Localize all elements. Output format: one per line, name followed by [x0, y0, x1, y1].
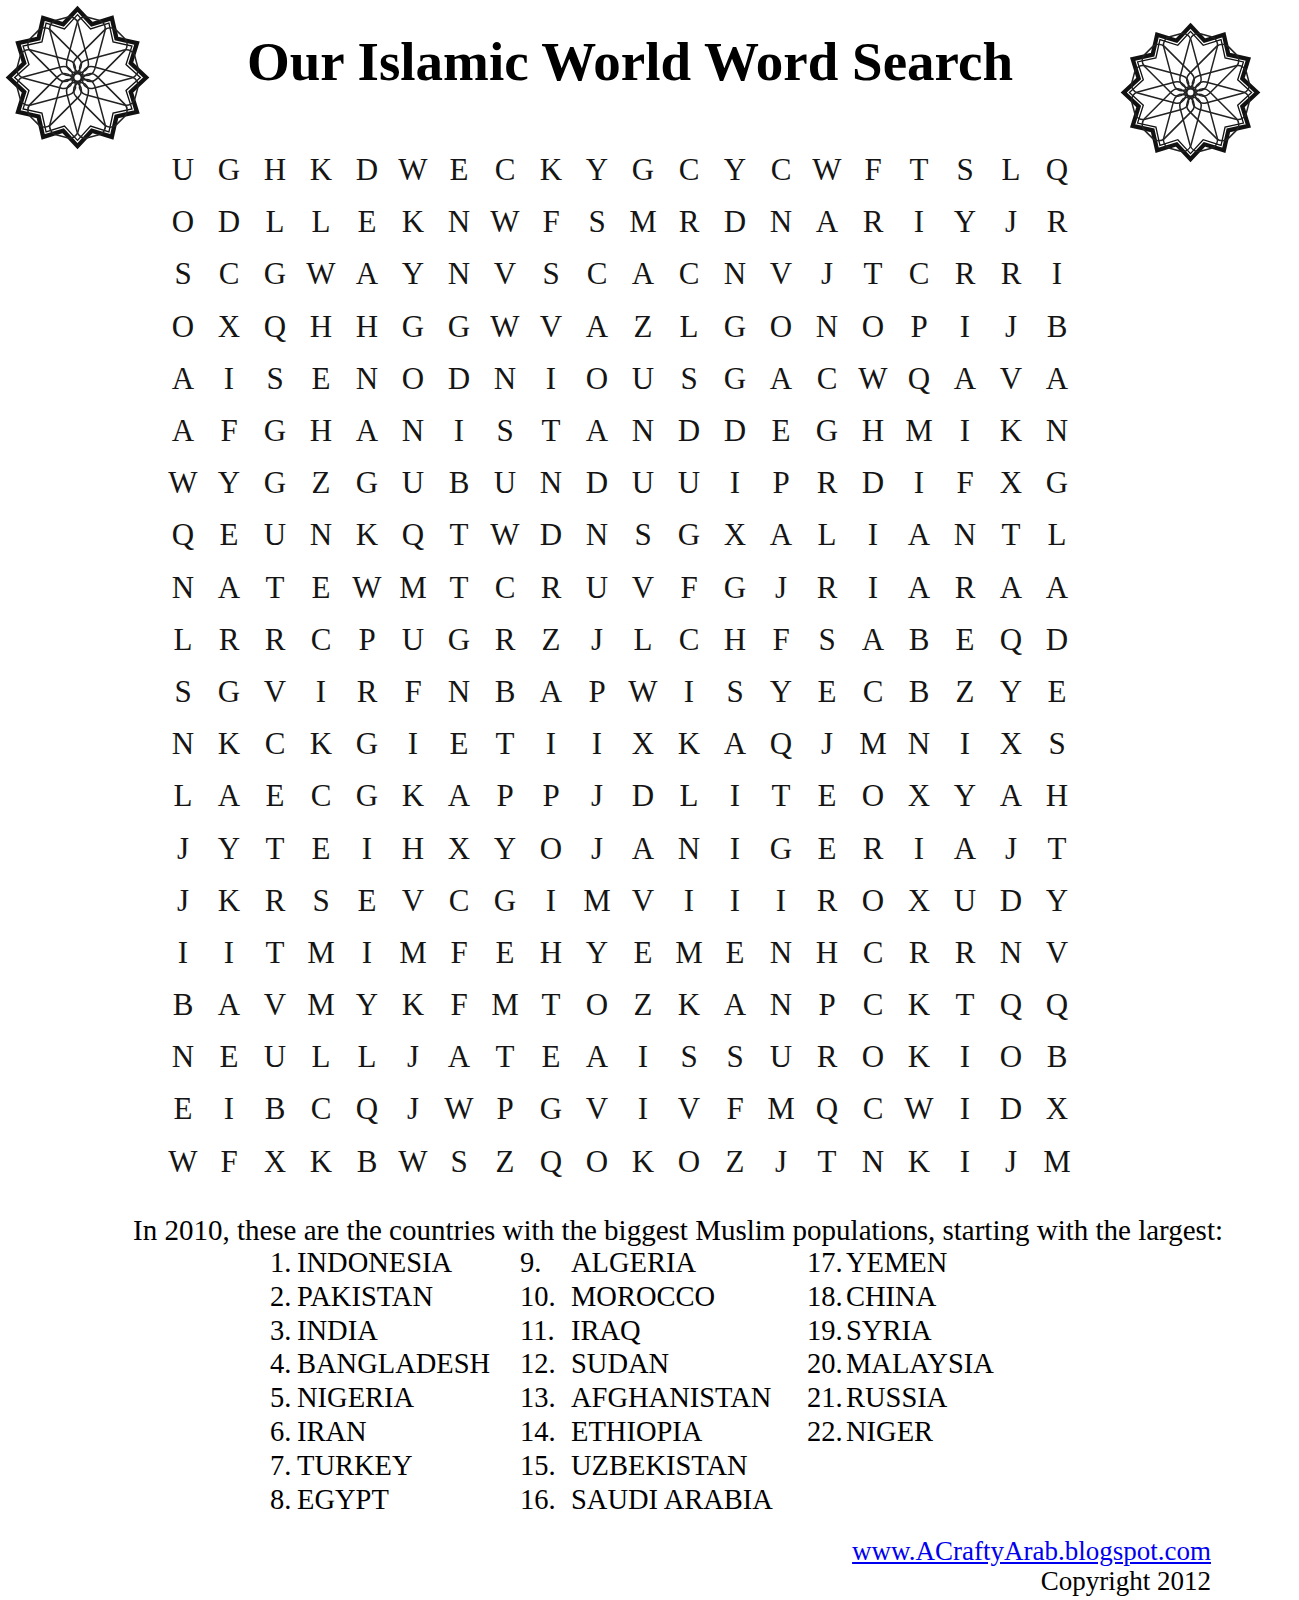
- word-number: 16.: [520, 1483, 563, 1517]
- grid-cell: O: [390, 353, 436, 405]
- grid-cell: U: [620, 457, 666, 509]
- grid-cell: L: [298, 1031, 344, 1083]
- grid-cell: K: [206, 718, 252, 770]
- grid-cell: T: [252, 927, 298, 979]
- grid-cell: A: [850, 614, 896, 666]
- grid-cell: M: [666, 927, 712, 979]
- grid-cell: T: [942, 979, 988, 1031]
- grid-cell: G: [482, 875, 528, 927]
- grid-cell: F: [436, 979, 482, 1031]
- grid-cell: V: [666, 1083, 712, 1135]
- grid-cell: Q: [390, 509, 436, 561]
- word-number: 1.: [270, 1246, 297, 1280]
- grid-cell: S: [528, 248, 574, 300]
- grid-cell: T: [528, 405, 574, 457]
- grid-cell: T: [1034, 822, 1080, 874]
- grid-cell: G: [344, 718, 390, 770]
- grid-cell: L: [988, 144, 1034, 196]
- grid-cell: X: [896, 875, 942, 927]
- grid-cell: I: [574, 718, 620, 770]
- grid-cell: G: [712, 353, 758, 405]
- grid-cell: S: [574, 196, 620, 248]
- grid-cell: T: [850, 248, 896, 300]
- word-number: 9.: [520, 1246, 563, 1280]
- grid-cell: E: [758, 405, 804, 457]
- grid-cell: N: [390, 405, 436, 457]
- grid-cell: E: [252, 770, 298, 822]
- grid-cell: A: [436, 770, 482, 822]
- word-number: 6.: [270, 1415, 297, 1449]
- word-number: 10.: [520, 1280, 563, 1314]
- grid-cell: K: [206, 875, 252, 927]
- grid-cell: F: [712, 1083, 758, 1135]
- grid-cell: I: [1034, 248, 1080, 300]
- word-search-grid: UGHKDWECKYGCYCWFTSLQODLLEKNWFSMRDNARIYJR…: [160, 144, 1080, 1188]
- grid-cell: D: [666, 405, 712, 457]
- grid-cell: H: [298, 405, 344, 457]
- grid-cell: D: [850, 457, 896, 509]
- grid-cell: Y: [942, 770, 988, 822]
- word-label: NIGER: [846, 1416, 933, 1447]
- grid-cell: I: [344, 822, 390, 874]
- grid-cell: N: [804, 301, 850, 353]
- word-label: CHINA: [846, 1281, 936, 1312]
- grid-cell: T: [436, 562, 482, 614]
- grid-cell: U: [160, 144, 206, 196]
- grid-cell: G: [436, 614, 482, 666]
- grid-cell: G: [804, 405, 850, 457]
- word-list-item: 14.ETHIOPIA: [520, 1415, 773, 1449]
- grid-cell: A: [160, 353, 206, 405]
- word-list-item: 3.INDIA: [270, 1314, 490, 1348]
- grid-cell: K: [390, 770, 436, 822]
- grid-cell: C: [666, 248, 712, 300]
- grid-cell: B: [896, 614, 942, 666]
- word-list-item: 13.AFGHANISTAN: [520, 1381, 773, 1415]
- grid-cell: B: [482, 666, 528, 718]
- grid-cell: I: [298, 666, 344, 718]
- grid-cell: X: [206, 301, 252, 353]
- grid-cell: H: [850, 405, 896, 457]
- grid-cell: S: [252, 353, 298, 405]
- grid-cell: P: [574, 666, 620, 718]
- grid-cell: C: [666, 614, 712, 666]
- grid-cell: T: [758, 770, 804, 822]
- grid-cell: A: [344, 248, 390, 300]
- grid-cell: C: [298, 770, 344, 822]
- grid-cell: C: [666, 144, 712, 196]
- grid-cell: L: [344, 1031, 390, 1083]
- grid-cell: A: [206, 562, 252, 614]
- word-number: 3.: [270, 1314, 297, 1348]
- grid-cell: T: [436, 509, 482, 561]
- grid-cell: H: [528, 927, 574, 979]
- word-number: 14.: [520, 1415, 563, 1449]
- grid-cell: S: [160, 666, 206, 718]
- grid-cell: C: [804, 353, 850, 405]
- copyright-text: Copyright 2012: [852, 1566, 1211, 1596]
- grid-cell: A: [160, 405, 206, 457]
- grid-cell: G: [758, 822, 804, 874]
- grid-cell: G: [252, 457, 298, 509]
- grid-cell: A: [206, 770, 252, 822]
- grid-cell: Q: [1034, 144, 1080, 196]
- grid-cell: N: [160, 562, 206, 614]
- grid-cell: W: [344, 562, 390, 614]
- word-number: 20.: [807, 1347, 841, 1381]
- grid-cell: I: [942, 301, 988, 353]
- grid-cell: H: [298, 301, 344, 353]
- grid-cell: T: [896, 144, 942, 196]
- grid-cell: S: [666, 353, 712, 405]
- word-list-item: 16.SAUDI ARABIA: [520, 1483, 773, 1517]
- grid-cell: K: [620, 1136, 666, 1188]
- grid-cell: Y: [712, 144, 758, 196]
- grid-cell: K: [298, 1136, 344, 1188]
- grid-cell: M: [390, 927, 436, 979]
- grid-cell: K: [988, 405, 1034, 457]
- grid-cell: K: [896, 979, 942, 1031]
- word-list-item: 17.YEMEN: [807, 1246, 994, 1280]
- grid-cell: X: [252, 1136, 298, 1188]
- grid-cell: E: [344, 196, 390, 248]
- grid-cell: R: [206, 614, 252, 666]
- word-list-item: 10.MOROCCO: [520, 1280, 773, 1314]
- grid-cell: O: [850, 301, 896, 353]
- word-list-column-3: 17.YEMEN18.CHINA19.SYRIA20.MALAYSIA21.RU…: [807, 1246, 994, 1449]
- grid-cell: G: [390, 301, 436, 353]
- grid-cell: N: [758, 927, 804, 979]
- grid-cell: O: [850, 770, 896, 822]
- grid-cell: W: [482, 301, 528, 353]
- grid-cell: N: [528, 457, 574, 509]
- word-label: AFGHANISTAN: [571, 1382, 771, 1413]
- grid-cell: Z: [712, 1136, 758, 1188]
- grid-cell: O: [666, 1136, 712, 1188]
- grid-cell: K: [390, 196, 436, 248]
- grid-cell: D: [344, 144, 390, 196]
- grid-cell: U: [620, 353, 666, 405]
- grid-cell: U: [390, 457, 436, 509]
- grid-cell: C: [298, 614, 344, 666]
- grid-cell: U: [482, 457, 528, 509]
- grid-cell: O: [160, 301, 206, 353]
- grid-cell: A: [712, 979, 758, 1031]
- grid-cell: H: [344, 301, 390, 353]
- grid-cell: F: [528, 196, 574, 248]
- grid-cell: W: [298, 248, 344, 300]
- grid-cell: A: [620, 248, 666, 300]
- grid-cell: G: [528, 1083, 574, 1135]
- grid-cell: E: [482, 927, 528, 979]
- word-list-item: 11.IRAQ: [520, 1314, 773, 1348]
- grid-cell: A: [1034, 353, 1080, 405]
- grid-cell: Y: [574, 927, 620, 979]
- grid-cell: Z: [942, 666, 988, 718]
- grid-cell: S: [666, 1031, 712, 1083]
- grid-cell: I: [666, 875, 712, 927]
- grid-cell: E: [344, 875, 390, 927]
- grid-cell: I: [942, 1031, 988, 1083]
- word-label: MALAYSIA: [846, 1348, 994, 1379]
- grid-cell: D: [574, 457, 620, 509]
- grid-cell: I: [436, 405, 482, 457]
- word-label: SUDAN: [571, 1348, 669, 1379]
- grid-cell: N: [160, 718, 206, 770]
- grid-cell: I: [160, 927, 206, 979]
- grid-cell: Q: [988, 979, 1034, 1031]
- website-link[interactable]: www.ACraftyArab.blogspot.com: [852, 1536, 1211, 1566]
- grid-cell: M: [620, 196, 666, 248]
- grid-cell: R: [896, 927, 942, 979]
- grid-cell: G: [252, 405, 298, 457]
- grid-cell: T: [988, 509, 1034, 561]
- word-number: 8.: [270, 1483, 297, 1517]
- grid-cell: C: [252, 718, 298, 770]
- grid-cell: C: [850, 666, 896, 718]
- grid-cell: O: [574, 353, 620, 405]
- word-label: EGYPT: [297, 1484, 389, 1515]
- grid-cell: C: [206, 248, 252, 300]
- grid-cell: K: [298, 718, 344, 770]
- grid-cell: J: [390, 1083, 436, 1135]
- grid-cell: K: [666, 979, 712, 1031]
- word-number: 19.: [807, 1314, 841, 1348]
- grid-cell: I: [942, 1083, 988, 1135]
- grid-cell: Y: [206, 457, 252, 509]
- grid-cell: W: [804, 144, 850, 196]
- grid-cell: X: [712, 509, 758, 561]
- grid-cell: G: [344, 770, 390, 822]
- grid-cell: I: [206, 1083, 252, 1135]
- grid-cell: X: [896, 770, 942, 822]
- grid-cell: J: [804, 248, 850, 300]
- grid-cell: N: [896, 718, 942, 770]
- grid-cell: D: [712, 405, 758, 457]
- grid-cell: N: [758, 979, 804, 1031]
- grid-cell: K: [344, 509, 390, 561]
- grid-cell: V: [528, 301, 574, 353]
- grid-cell: S: [804, 614, 850, 666]
- grid-cell: B: [1034, 301, 1080, 353]
- grid-cell: U: [666, 457, 712, 509]
- grid-cell: A: [896, 509, 942, 561]
- word-number: 22.: [807, 1415, 841, 1449]
- grid-cell: E: [804, 770, 850, 822]
- grid-cell: B: [1034, 1031, 1080, 1083]
- grid-cell: R: [942, 927, 988, 979]
- word-list-item: 20.MALAYSIA: [807, 1347, 994, 1381]
- word-number: 4.: [270, 1347, 297, 1381]
- word-label: TURKEY: [297, 1450, 413, 1481]
- word-label: RUSSIA: [846, 1382, 947, 1413]
- grid-cell: I: [850, 562, 896, 614]
- grid-cell: N: [574, 509, 620, 561]
- grid-cell: J: [160, 875, 206, 927]
- grid-cell: G: [206, 144, 252, 196]
- grid-cell: N: [988, 927, 1034, 979]
- grid-cell: V: [758, 248, 804, 300]
- grid-cell: A: [804, 196, 850, 248]
- grid-cell: J: [988, 196, 1034, 248]
- grid-cell: W: [620, 666, 666, 718]
- grid-cell: Y: [390, 248, 436, 300]
- grid-cell: L: [160, 770, 206, 822]
- word-label: IRAQ: [571, 1315, 641, 1346]
- word-label: ETHIOPIA: [571, 1416, 702, 1447]
- grid-cell: A: [574, 1031, 620, 1083]
- grid-cell: R: [804, 562, 850, 614]
- grid-cell: W: [896, 1083, 942, 1135]
- grid-cell: O: [574, 1136, 620, 1188]
- grid-cell: H: [390, 822, 436, 874]
- grid-cell: O: [850, 875, 896, 927]
- grid-cell: O: [988, 1031, 1034, 1083]
- grid-cell: A: [942, 822, 988, 874]
- grid-cell: E: [436, 144, 482, 196]
- grid-cell: K: [528, 144, 574, 196]
- grid-cell: U: [390, 614, 436, 666]
- grid-cell: L: [298, 196, 344, 248]
- grid-cell: E: [298, 562, 344, 614]
- grid-cell: U: [574, 562, 620, 614]
- grid-cell: H: [804, 927, 850, 979]
- word-list-item: 22.NIGER: [807, 1415, 994, 1449]
- grid-cell: P: [482, 770, 528, 822]
- grid-cell: J: [574, 822, 620, 874]
- grid-cell: O: [758, 301, 804, 353]
- grid-cell: P: [528, 770, 574, 822]
- grid-cell: R: [482, 614, 528, 666]
- grid-cell: G: [252, 248, 298, 300]
- grid-cell: F: [850, 144, 896, 196]
- grid-cell: V: [620, 875, 666, 927]
- grid-cell: E: [298, 822, 344, 874]
- grid-cell: N: [436, 196, 482, 248]
- grid-cell: I: [620, 1031, 666, 1083]
- grid-cell: I: [528, 875, 574, 927]
- grid-cell: E: [804, 666, 850, 718]
- word-number: 18.: [807, 1280, 841, 1314]
- grid-cell: V: [1034, 927, 1080, 979]
- grid-cell: N: [344, 353, 390, 405]
- grid-cell: D: [206, 196, 252, 248]
- grid-cell: M: [850, 718, 896, 770]
- word-number: 17.: [807, 1246, 841, 1280]
- grid-cell: R: [850, 822, 896, 874]
- grid-cell: D: [988, 1083, 1034, 1135]
- grid-cell: C: [896, 248, 942, 300]
- grid-cell: E: [298, 353, 344, 405]
- grid-cell: J: [390, 1031, 436, 1083]
- grid-cell: Y: [942, 196, 988, 248]
- grid-cell: F: [942, 457, 988, 509]
- grid-cell: Y: [206, 822, 252, 874]
- grid-cell: I: [942, 405, 988, 457]
- grid-cell: L: [666, 301, 712, 353]
- grid-cell: J: [574, 770, 620, 822]
- grid-cell: H: [1034, 770, 1080, 822]
- grid-cell: J: [160, 822, 206, 874]
- grid-cell: N: [482, 353, 528, 405]
- grid-cell: K: [666, 718, 712, 770]
- grid-cell: A: [574, 405, 620, 457]
- grid-cell: N: [942, 509, 988, 561]
- page-title: Our Islamic World Word Search: [0, 30, 1260, 93]
- grid-cell: I: [896, 196, 942, 248]
- grid-cell: T: [252, 822, 298, 874]
- grid-cell: O: [528, 822, 574, 874]
- grid-cell: C: [482, 562, 528, 614]
- grid-cell: T: [528, 979, 574, 1031]
- word-label: YEMEN: [846, 1247, 947, 1278]
- grid-cell: T: [482, 718, 528, 770]
- word-label: INDONESIA: [297, 1247, 452, 1278]
- grid-cell: I: [666, 666, 712, 718]
- grid-cell: V: [620, 562, 666, 614]
- grid-cell: P: [804, 979, 850, 1031]
- grid-cell: A: [896, 562, 942, 614]
- grid-cell: O: [160, 196, 206, 248]
- grid-cell: I: [528, 353, 574, 405]
- grid-cell: M: [758, 1083, 804, 1135]
- word-number: 21.: [807, 1381, 841, 1415]
- grid-cell: Y: [344, 979, 390, 1031]
- footer: www.ACraftyArab.blogspot.com Copyright 2…: [852, 1536, 1211, 1596]
- grid-cell: U: [252, 509, 298, 561]
- grid-cell: E: [206, 1031, 252, 1083]
- grid-cell: L: [804, 509, 850, 561]
- grid-cell: F: [206, 405, 252, 457]
- grid-cell: Q: [344, 1083, 390, 1135]
- grid-cell: X: [988, 457, 1034, 509]
- word-label: ALGERIA: [571, 1247, 696, 1278]
- word-label: SAUDI ARABIA: [571, 1484, 773, 1515]
- grid-cell: C: [482, 144, 528, 196]
- word-number: 12.: [520, 1347, 563, 1381]
- grid-cell: R: [528, 562, 574, 614]
- grid-cell: P: [344, 614, 390, 666]
- grid-cell: G: [206, 666, 252, 718]
- grid-cell: K: [896, 1031, 942, 1083]
- grid-cell: T: [804, 1136, 850, 1188]
- word-list-item: 8.EGYPT: [270, 1483, 490, 1517]
- grid-cell: Y: [1034, 875, 1080, 927]
- grid-cell: K: [896, 1136, 942, 1188]
- word-list-item: 12.SUDAN: [520, 1347, 773, 1381]
- grid-cell: R: [1034, 196, 1080, 248]
- grid-cell: B: [252, 1083, 298, 1135]
- grid-cell: D: [528, 509, 574, 561]
- word-label: NIGERIA: [297, 1382, 414, 1413]
- grid-cell: G: [1034, 457, 1080, 509]
- grid-cell: W: [482, 196, 528, 248]
- grid-cell: X: [436, 822, 482, 874]
- grid-cell: I: [528, 718, 574, 770]
- grid-cell: S: [160, 248, 206, 300]
- word-number: 2.: [270, 1280, 297, 1314]
- grid-cell: C: [298, 1083, 344, 1135]
- word-list-item: 5.NIGERIA: [270, 1381, 490, 1415]
- grid-cell: Q: [988, 614, 1034, 666]
- grid-cell: H: [252, 144, 298, 196]
- grid-cell: R: [988, 248, 1034, 300]
- grid-cell: N: [758, 196, 804, 248]
- grid-cell: I: [758, 875, 804, 927]
- grid-cell: I: [206, 927, 252, 979]
- grid-cell: W: [160, 1136, 206, 1188]
- grid-cell: M: [1034, 1136, 1080, 1188]
